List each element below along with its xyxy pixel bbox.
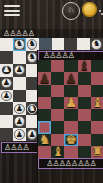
overlay-piece-white-knight[interactable]: ♞ <box>39 133 51 146</box>
overlay-square-r3c2[interactable]: ♟ <box>64 97 77 109</box>
overlay-piece-black-pawn[interactable]: ♟ <box>39 72 51 85</box>
piece-white-knight[interactable]: ♞ <box>14 39 25 50</box>
square-h8[interactable]: ♞ <box>90 38 103 51</box>
menu-icon[interactable] <box>4 5 20 17</box>
square-f8[interactable] <box>64 38 77 51</box>
square-e8[interactable] <box>52 38 65 51</box>
piece-white-knight[interactable]: ♞ <box>91 39 102 50</box>
square-b3[interactable]: ♟ <box>13 102 26 115</box>
piece-white-pawn[interactable]: ♟ <box>14 104 25 115</box>
piece-white-pawn[interactable]: ♟ <box>1 78 12 89</box>
overlay-square-r1c4[interactable] <box>91 72 103 84</box>
square-a7[interactable] <box>0 51 13 64</box>
overlay-square-r3c4[interactable]: ♝ <box>91 97 103 109</box>
menu-bar <box>4 14 20 16</box>
overlay-square-r1c1[interactable] <box>51 72 64 84</box>
piece-white-pawn[interactable]: ♟ <box>14 129 25 140</box>
overlay-square-r5c3[interactable] <box>78 121 91 133</box>
overlay-piece-white-pawn[interactable]: ♟ <box>65 96 77 109</box>
square-b5[interactable] <box>13 77 26 90</box>
overlay-square-r5c1[interactable] <box>51 121 64 133</box>
piece-white-pawn[interactable]: ♟ <box>27 129 38 140</box>
menu-bar <box>4 5 20 7</box>
overlay-square-r0c3[interactable]: ♝ <box>78 60 91 72</box>
overlay-square-r0c1[interactable] <box>51 60 64 72</box>
overlay-piece-white-bishop[interactable]: ♝ <box>52 145 64 158</box>
square-c8[interactable]: ♞ <box>26 38 39 51</box>
overlay-square-r1c0[interactable]: ♟ <box>38 72 51 84</box>
overlay-captured-tray-bottom: ♙♙♙♙♙♙♙♙ <box>38 158 103 169</box>
piece-black-knight[interactable]: ♞ <box>27 104 38 115</box>
medal-badge-icon[interactable]: ♘ <box>62 2 80 20</box>
overlay-square-r3c0[interactable] <box>38 97 51 109</box>
overlay-square-r6c2[interactable]: ♚ <box>64 134 77 146</box>
overlay-square-r4c4[interactable] <box>91 109 103 121</box>
piece-white-pawn[interactable]: ♟ <box>14 116 25 127</box>
captured-pawn-icon: ♙ <box>23 144 29 152</box>
square-b6[interactable]: ♟ <box>13 64 26 77</box>
square-d8[interactable] <box>39 38 52 51</box>
overlay-square-r2c3[interactable] <box>78 85 91 97</box>
square-a4[interactable]: ♟ <box>0 90 13 103</box>
floating-chess-window[interactable]: ♙♙♙♙♙ ♝♟♟♟♝♞♚♝♜ ♙♙♙♙♙♙♙♙ <box>37 50 103 183</box>
top-bar: ♘ <box>0 0 103 28</box>
overlay-square-r7c3[interactable] <box>78 146 91 158</box>
coin-count-partial <box>99 10 101 12</box>
piece-white-knight[interactable]: ♞ <box>27 52 38 63</box>
square-a2[interactable] <box>0 115 13 128</box>
square-b7[interactable] <box>13 51 26 64</box>
captured-pawn-icon: ♙ <box>28 30 34 38</box>
square-a1[interactable] <box>0 128 13 141</box>
menu-bar <box>4 10 20 12</box>
overlay-piece-white-king[interactable]: ♚ <box>65 133 77 146</box>
overlay-piece-black-pawn[interactable]: ♟ <box>65 72 77 85</box>
overlay-square-r6c3[interactable] <box>78 134 91 146</box>
square-a6[interactable]: ♟ <box>0 64 13 77</box>
overlay-square-r3c3[interactable] <box>78 97 91 109</box>
piece-white-pawn[interactable]: ♟ <box>1 91 12 102</box>
overlay-square-r4c1[interactable] <box>51 109 64 121</box>
piece-white-knight[interactable]: ♞ <box>27 39 38 50</box>
chess-app-screen: ♘ ♙♙♙♙♙ ♞♞♞♞♟♟♟♟♟♞♟♟♟ ♙♙♙♙ ♙♙♙♙♙ ♝♟♟♟♝♞♚… <box>0 0 103 183</box>
square-a3[interactable] <box>0 102 13 115</box>
overlay-square-r7c4[interactable]: ♜ <box>91 146 103 158</box>
piece-white-pawn[interactable]: ♟ <box>14 65 25 76</box>
captured-pieces-tray-top: ♙♙♙♙♙ <box>0 29 103 38</box>
overlay-piece-white-rook[interactable]: ♜ <box>92 145 103 158</box>
captured-pieces-tray-bottom: ♙♙♙♙ <box>1 142 38 153</box>
square-a8[interactable] <box>0 38 13 51</box>
square-b1[interactable]: ♟ <box>13 128 26 141</box>
overlay-square-r4c2[interactable] <box>64 109 77 121</box>
overlay-square-r7c1[interactable]: ♝ <box>51 146 64 158</box>
square-a5[interactable]: ♟ <box>0 77 13 90</box>
square-b8[interactable]: ♞ <box>13 38 26 51</box>
overlay-square-r2c1[interactable] <box>51 85 64 97</box>
square-g8[interactable] <box>77 38 90 51</box>
coin-icon[interactable] <box>82 2 97 17</box>
overlay-square-r3c1[interactable] <box>51 97 64 109</box>
overlay-piece-black-bishop[interactable]: ♝ <box>78 59 90 72</box>
overlay-square-r1c2[interactable]: ♟ <box>64 72 77 84</box>
overlay-square-r6c0[interactable]: ♞ <box>38 134 51 146</box>
captured-pawn-icon: ♙ <box>90 160 96 168</box>
overlay-square-r4c3[interactable] <box>78 109 91 121</box>
overlay-square-r2c0[interactable] <box>38 85 51 97</box>
overlay-square-r7c2[interactable] <box>64 146 77 158</box>
square-b4[interactable] <box>13 90 26 103</box>
piece-black-pawn[interactable]: ♟ <box>1 65 12 76</box>
coin-count-partial <box>101 13 103 15</box>
overlay-chess-board[interactable]: ♝♟♟♟♝♞♚♝♜ <box>38 60 103 158</box>
overlay-square-r5c4[interactable] <box>91 121 103 133</box>
overlay-square-r0c4[interactable] <box>91 60 103 72</box>
overlay-square-r1c3[interactable] <box>78 72 91 84</box>
square-b2[interactable]: ♟ <box>13 115 26 128</box>
captured-pawn-icon: ♙ <box>68 52 74 60</box>
overlay-square-r7c0[interactable] <box>38 146 51 158</box>
overlay-piece-white-bishop[interactable]: ♝ <box>92 96 103 109</box>
overlay-square-r4c0[interactable] <box>38 109 51 121</box>
